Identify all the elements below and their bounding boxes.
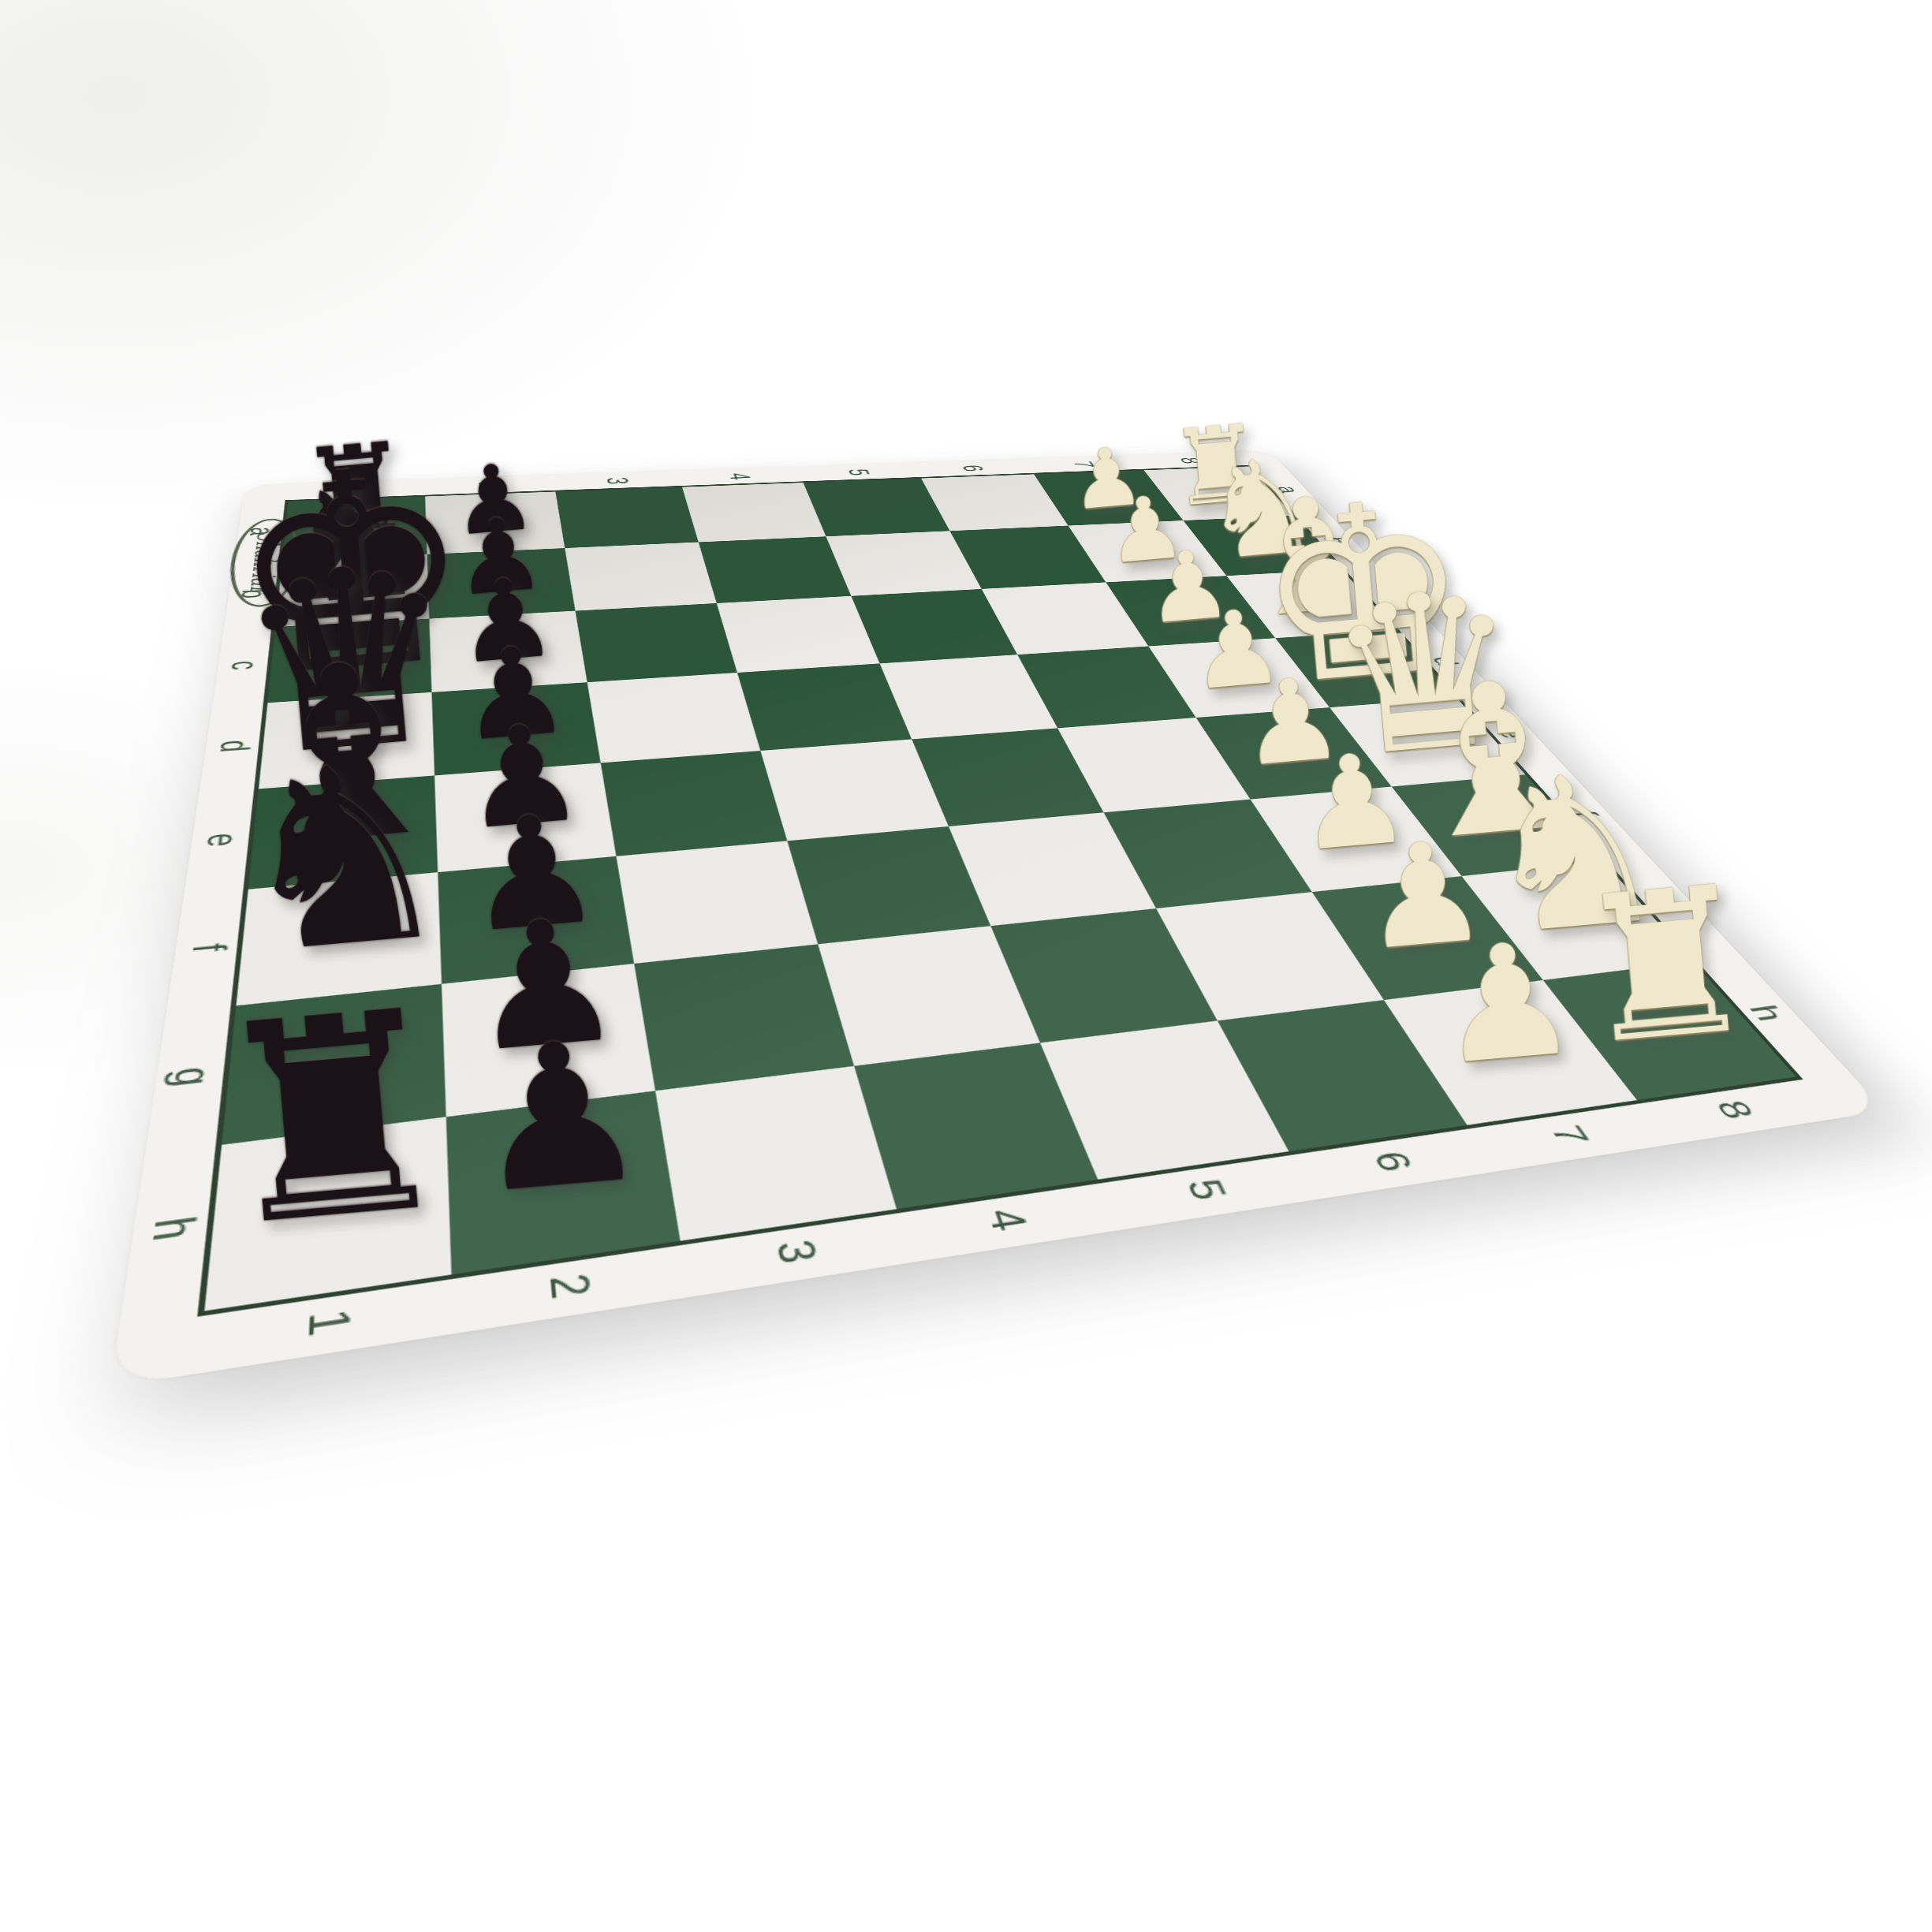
piece-white-rook-h8[interactable]: ♜: [1568, 858, 1765, 1074]
rank-label-bottom-6: 6: [1354, 1136, 1433, 1187]
piece-black-knight-f1[interactable]: ♞: [222, 727, 462, 990]
rank-label-top-6: 6: [952, 461, 994, 476]
square-a4[interactable]: [681, 483, 826, 542]
piece-black-rook-h1[interactable]: ♜: [198, 973, 467, 1267]
rank-label-top-5: 5: [838, 464, 879, 480]
rank-label-bottom-3: 3: [759, 1223, 834, 1281]
rank-label-top-4: 4: [720, 468, 761, 484]
piece-white-pawn-h7[interactable]: ♟: [1430, 919, 1583, 1087]
square-a3[interactable]: [555, 487, 698, 548]
file-label-left-h: h: [133, 1200, 211, 1259]
rank-label-bottom-5: 5: [1168, 1164, 1246, 1217]
square-f3[interactable]: [616, 841, 817, 964]
piece-black-pawn-h2[interactable]: ♟: [463, 1013, 655, 1223]
square-c4[interactable]: [716, 596, 879, 673]
file-label-left-f: f: [177, 928, 241, 968]
rank-label-top-3: 3: [597, 472, 637, 489]
square-e3[interactable]: [601, 751, 787, 856]
square-d3[interactable]: [587, 673, 760, 763]
rank-label-bottom-4: 4: [969, 1192, 1046, 1248]
rank-label-bottom-2: 2: [534, 1255, 608, 1318]
square-h3[interactable]: [655, 1065, 896, 1240]
square-g3[interactable]: [634, 944, 853, 1090]
square-c3[interactable]: [576, 603, 737, 682]
rank-label-bottom-7: 7: [1530, 1111, 1609, 1159]
photo-stage: Shahriar aa11bb22cc33dd44ee55ff66gg77hh8…: [0, 0, 1932, 1932]
rank-label-bottom-8: 8: [1695, 1087, 1775, 1133]
rank-label-bottom-1: 1: [290, 1290, 366, 1356]
square-b4[interactable]: [698, 536, 851, 603]
square-b3[interactable]: [565, 542, 716, 610]
